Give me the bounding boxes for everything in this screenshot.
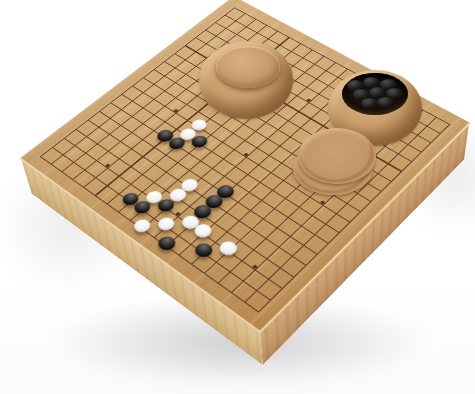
open-bowl-opening	[342, 73, 408, 115]
star-point	[252, 264, 258, 269]
star-point	[175, 211, 181, 216]
black-stone	[214, 183, 237, 200]
lid-stack	[293, 128, 379, 196]
white-stone	[178, 177, 201, 194]
white-stone	[217, 239, 241, 258]
bowl-black-stone	[361, 98, 378, 109]
star-point	[105, 163, 111, 167]
white-stone	[131, 217, 154, 235]
white-stone	[179, 213, 202, 231]
star-point	[306, 98, 311, 102]
black-stone	[155, 196, 178, 214]
black-stone	[192, 241, 216, 260]
star-point	[243, 152, 249, 156]
black-stone	[202, 193, 225, 211]
white-stone	[155, 215, 178, 233]
scene	[0, 0, 475, 394]
bowl-black-stone	[377, 97, 394, 108]
star-point	[173, 109, 178, 113]
black-stone	[191, 203, 214, 221]
white-stone	[143, 188, 166, 205]
black-stone	[119, 190, 142, 207]
white-stone	[191, 221, 214, 239]
black-stone	[155, 234, 179, 253]
closed-bowl	[199, 41, 293, 119]
white-stone	[167, 186, 190, 203]
upper-lid	[298, 128, 376, 184]
black-stone	[131, 198, 154, 216]
closed-bowl-lid	[216, 46, 280, 88]
star-point	[319, 200, 325, 205]
